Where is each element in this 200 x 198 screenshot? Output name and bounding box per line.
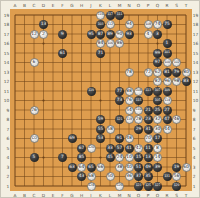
coordinate-label: 12 [4,79,10,84]
coordinate-label: 19 [4,13,10,18]
move-number: 12 [31,32,37,36]
move-number: 42 [136,146,142,150]
move-number: 31 [145,127,151,131]
move-number: 19 [174,165,180,169]
stone-C4: 5 [30,153,39,162]
stone-L5: 33 [106,144,115,153]
coordinate-label: 18 [4,22,10,27]
stone-N18: 94 [125,20,134,29]
move-number: 66 [98,165,104,169]
coordinate-label: B [23,193,26,198]
coordinate-label: 2 [6,174,9,179]
move-number: 107 [155,89,161,92]
stone-O3: 51 [134,163,143,172]
stone-O5: 42 [134,144,143,153]
coordinate-label: H [80,3,83,8]
move-number: 27 [164,108,170,112]
coordinate-label: 12 [193,79,199,84]
coordinate-label: S [175,3,178,8]
stone-M16: 86 [115,39,124,48]
stone-Q3: 39 [153,163,162,172]
stone-Q11: 107 [153,87,162,96]
coordinate-label: G [70,3,73,8]
move-number: 104 [136,89,142,92]
move-number: 23 [145,117,151,121]
stone-K17: 87 [96,30,105,39]
stone-P11: 113 [144,87,153,96]
coordinate-label: F [61,193,64,198]
stone-M3: 38 [115,163,124,172]
stone-S12: 98 [172,77,181,86]
stone-M5: 57 [115,144,124,153]
stone-N17: 93 [125,30,134,39]
move-number: 59 [98,117,104,121]
coordinate-label: F [61,3,64,8]
move-number: 38 [117,165,123,169]
coordinate-label: 5 [193,146,196,151]
coordinate-label: Q [156,3,160,8]
move-number: 118 [126,118,132,121]
stone-Q6: 17 [153,134,162,143]
move-number: 67 [79,146,85,150]
move-number: 94 [126,22,132,26]
move-number: 63 [69,165,75,169]
coordinate-label: Q [156,193,160,198]
coordinate-label: R [166,3,169,8]
move-number: 84 [98,41,104,45]
move-number: 13 [41,22,47,26]
move-number: 131 [164,175,170,178]
stone-Q10: 105 [153,96,162,105]
move-number: 78 [126,70,132,74]
stone-N3: 40 [125,163,134,172]
move-number: 57 [117,146,123,150]
coordinate-label: A [14,193,17,198]
stone-Q14: 97 [153,58,162,67]
coordinate-label: 14 [193,60,199,65]
move-number: 82 [155,79,161,83]
move-number: 108 [145,23,151,26]
coordinate-label: N [127,3,130,8]
coordinate-label: A [14,3,17,8]
coordinate-label: 5 [6,146,9,151]
coordinate-label: 15 [193,51,199,56]
move-number: 100 [164,61,170,64]
move-number: 74 [155,22,161,26]
stone-P2: 35 [144,172,153,181]
coordinate-label: L [109,3,112,8]
stone-R9: 27 [163,106,172,115]
move-number: 45 [107,155,113,159]
coordinate-label: C [32,3,35,8]
stone-J3: 65 [87,163,96,172]
stone-R10: 114 [163,96,172,105]
stone-J2: 68 [87,172,96,181]
coordinate-label: 15 [4,51,10,56]
coordinate-label: 11 [4,89,10,94]
coordinate-label: 17 [4,32,10,37]
move-number: 129 [174,184,180,187]
star-point [42,99,44,101]
move-number: 95 [88,32,94,36]
coordinate-label: 10 [193,98,199,103]
move-number: 64 [79,165,85,169]
move-number: 105 [155,99,161,102]
coordinate-label: N [127,193,130,198]
move-number: 48 [126,136,132,140]
stone-M1: 126 [115,182,124,191]
move-number: 91 [117,136,123,140]
move-number: 96 [164,79,170,83]
coordinate-label: D [42,193,46,198]
coordinate-label: 14 [4,60,10,65]
stone-T12: 83 [182,77,191,86]
move-number: 125 [145,184,151,187]
move-number: 115 [136,99,142,102]
stone-R2: 131 [163,172,172,181]
move-number: 62 [155,70,161,74]
stone-Q18: 74 [153,20,162,29]
stone-M11: 77 [115,87,124,96]
stone-G3: 63 [68,163,77,172]
coordinate-label: 17 [193,32,199,37]
stone-N8: 118 [125,115,134,124]
move-number: 25 [155,108,161,112]
coordinate-label: 11 [193,89,199,94]
move-number: 47 [164,117,170,121]
stone-R7: 44 [163,125,172,134]
coordinate-label: 16 [4,41,10,46]
move-number: 36 [126,174,132,178]
move-number: 29 [136,127,142,131]
stone-L7: 58 [106,125,115,134]
stone-M10: 73 [115,96,124,105]
stone-P4: 13 [144,153,153,162]
stone-P18: 108 [144,20,153,29]
move-number: 65 [88,165,94,169]
stone-P17: 4 [144,30,153,39]
stone-D18: 13 [39,20,48,29]
coordinate-label: 7 [193,127,196,132]
move-number: 69 [69,136,75,140]
move-number: 50 [107,174,113,178]
coordinate-label: 19 [193,13,199,18]
move-number: 110 [136,108,142,111]
star-point [42,156,44,158]
stone-Q8: 32 [153,115,162,124]
stone-K18: 103 [96,20,105,29]
move-number: 8 [156,146,159,150]
coordinate-label: L [109,193,112,198]
stone-P3: 49 [144,163,153,172]
move-number: 28 [136,117,142,121]
coordinate-label: J [89,193,91,198]
move-number: 54 [126,108,132,112]
stone-Q15: 99 [153,49,162,58]
coordinate-label: 10 [4,98,10,103]
move-number: 111 [117,13,123,16]
move-number: 119 [88,89,94,92]
coordinate-label: 13 [4,70,10,75]
move-number: 2 [42,32,45,36]
stone-Q13: 62 [153,68,162,77]
coordinate-label: R [166,193,169,198]
move-number: 117 [107,13,113,16]
move-number: 112 [107,23,113,26]
move-number: 43 [79,174,85,178]
stone-O8: 28 [134,115,143,124]
stone-S14: 102 [172,58,181,67]
stone-N13: 78 [125,68,134,77]
stone-K8: 59 [96,115,105,124]
stone-L18: 112 [106,20,115,29]
coordinate-label: S [175,193,178,198]
move-number: 114 [164,99,170,102]
stone-L4: 45 [106,153,115,162]
coordinate-label: 9 [6,108,9,113]
stone-N5: 41 [125,144,134,153]
move-number: 71 [98,51,104,55]
move-number: 37 [136,174,142,178]
move-number: 56 [174,174,180,178]
coordinate-label: T [184,3,188,8]
move-number: 24 [117,155,123,159]
stone-M8: 121 [115,115,124,124]
stone-L2: 50 [106,172,115,181]
move-number: 89 [107,32,113,36]
coordinate-label: 6 [193,136,196,141]
stone-Q7: 30 [153,125,162,134]
stone-O7: 29 [134,125,143,134]
stone-Q9: 25 [153,106,162,115]
move-number: 122 [31,137,37,140]
coordinate-label: 4 [193,155,196,160]
stone-P8: 23 [144,115,153,124]
move-number: 85 [79,155,85,159]
stone-Q4: 14 [153,153,162,162]
stone-H5: 67 [77,144,86,153]
coordinate-label: P [147,193,150,198]
coordinate-label: 7 [6,127,9,132]
move-number: 86 [117,41,123,45]
move-number: 120 [88,146,94,149]
stone-O11: 104 [134,87,143,96]
coordinate-label: C [32,193,35,198]
stone-S3: 19 [172,163,181,172]
move-number: 7 [61,155,64,159]
move-number: 127 [155,184,161,187]
stone-P5: 11 [144,144,153,153]
move-number: 83 [183,79,189,83]
move-number: 126 [117,184,123,187]
move-number: 53 [98,136,104,140]
coordinate-label: D [42,3,46,8]
move-number: 73 [117,98,123,102]
stone-O2: 37 [134,172,143,181]
move-number: 20 [145,136,151,140]
move-number: 51 [136,165,142,169]
coordinate-label: M [118,193,122,198]
stone-Q17: 3 [153,30,162,39]
stone-C9: 26 [30,106,39,115]
coordinate-label: E [52,193,55,198]
move-number: 113 [145,89,151,92]
move-number: 80 [183,70,189,74]
move-number: 39 [155,165,161,169]
coordinate-label: J [89,3,91,8]
move-number: 46 [174,117,180,121]
coordinate-label: 1 [193,184,196,189]
move-number: 13 [145,155,151,159]
move-number: 11 [145,146,151,150]
move-number: 26 [31,108,37,112]
move-number: 102 [174,61,180,64]
move-number: 81 [164,70,170,74]
stone-S8: 46 [172,115,181,124]
stone-T3: 60 [182,163,191,172]
stone-D17: 2 [39,30,48,39]
stone-O1: 123 [134,182,143,191]
stone-S2: 56 [172,172,181,181]
move-number: 21 [145,108,151,112]
coordinate-label: 3 [6,165,9,170]
stone-O4: 15 [134,153,143,162]
star-point [99,99,101,101]
stone-P1: 125 [144,182,153,191]
stone-N6: 48 [125,134,134,143]
stone-R18: 75 [163,20,172,29]
stone-S13: 79 [172,68,181,77]
coordinate-label: 6 [6,136,9,141]
move-number: 9 [61,32,64,36]
stone-L19: 117 [106,11,115,20]
coordinate-label: 8 [193,117,196,122]
move-number: 32 [155,117,161,121]
stone-J17: 95 [87,30,96,39]
stone-F17: 9 [58,30,67,39]
stone-N11: 88 [125,87,134,96]
move-number: 109 [164,89,170,92]
star-point [156,42,158,44]
move-number: 55 [98,127,104,131]
stone-M6: 91 [115,134,124,143]
stone-R15: 101 [163,49,172,58]
move-number: 123 [136,184,142,187]
stone-J1: 124 [87,182,96,191]
move-number: 3 [156,32,159,36]
stone-R13: 81 [163,68,172,77]
coordinate-label: P [147,3,150,8]
move-number: 1 [166,41,169,45]
move-number: 76 [126,98,132,102]
stone-N9: 54 [125,106,134,115]
stone-K15: 71 [96,49,105,58]
coordinate-label: O [137,3,141,8]
stone-Q5: 8 [153,144,162,153]
stone-M19: 111 [115,11,124,20]
coordinate-label: B [23,3,26,8]
stone-O9: 110 [134,106,143,115]
stone-O10: 115 [134,96,143,105]
stone-R12: 96 [163,77,172,86]
move-number: 87 [98,32,104,36]
move-number: 4 [147,32,150,36]
coordinate-label: 4 [6,155,9,160]
coordinate-label: H [80,193,83,198]
coordinate-label: E [52,3,55,8]
stone-Q12: 82 [153,77,162,86]
stone-L16: 106 [106,39,115,48]
coordinate-label: 1 [6,184,9,189]
move-number: 41 [126,146,132,150]
stone-P6: 20 [144,134,153,143]
stone-R11: 109 [163,87,172,96]
go-game-screenshot: AABBCCDDEEFFGGHHJJKKLLMMNNOOPPQQRRSSTT19… [0,0,200,198]
move-number: 5 [33,155,36,159]
move-number: 106 [107,42,113,45]
stone-J5: 120 [87,144,96,153]
move-number: 6 [33,60,36,64]
move-number: 101 [164,51,170,54]
move-number: 97 [155,60,161,64]
move-number: 75 [164,22,170,26]
stone-K6: 53 [96,134,105,143]
stone-C14: 6 [30,58,39,67]
coordinate-label: K [99,193,102,198]
coordinate-label: M [118,3,122,8]
stone-K7: 55 [96,125,105,134]
stone-R14: 100 [163,58,172,67]
stone-H4: 85 [77,153,86,162]
coordinate-label: K [99,3,102,8]
move-number: 17 [155,136,161,140]
coordinate-label: G [70,193,73,198]
coordinate-label: 13 [193,70,199,75]
stone-R16: 1 [163,39,172,48]
move-number: 33 [107,146,113,150]
move-number: 88 [126,89,132,93]
coordinate-label: 3 [193,165,196,170]
coordinate-label: 2 [193,174,196,179]
stone-M4: 24 [115,153,124,162]
move-number: 15 [136,155,142,159]
move-number: 77 [117,89,123,93]
move-number: 14 [155,155,161,159]
move-number: 90 [117,32,123,36]
star-point [42,42,44,44]
stone-K3: 66 [96,163,105,172]
move-number: 58 [107,127,113,131]
stone-L17: 89 [106,30,115,39]
stone-N2: 36 [125,172,134,181]
stone-K19: 116 [96,11,105,20]
stone-J11: 119 [87,87,96,96]
stone-K16: 84 [96,39,105,48]
move-number: 72 [145,70,151,74]
coordinate-label: 8 [6,117,9,122]
stone-N10: 76 [125,96,134,105]
coordinate-label: O [137,193,141,198]
move-number: 30 [155,127,161,131]
stone-N4: 10 [125,153,134,162]
move-number: 35 [145,174,151,178]
stone-T13: 80 [182,68,191,77]
move-number: 103 [98,23,104,26]
move-number: 79 [174,70,180,74]
move-number: 61 [60,51,66,55]
stone-P9: 21 [144,106,153,115]
stone-P7: 31 [144,125,153,134]
